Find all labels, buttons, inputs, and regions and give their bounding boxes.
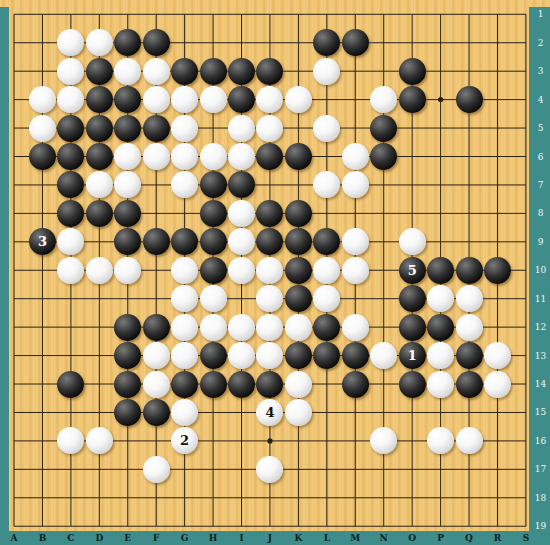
white-stone[interactable] (200, 285, 227, 312)
black-stone[interactable] (256, 371, 283, 398)
move-number: 5 (408, 263, 417, 278)
white-stone[interactable] (171, 115, 198, 142)
black-stone[interactable] (143, 228, 170, 255)
black-stone[interactable] (456, 342, 483, 369)
black-stone[interactable] (427, 257, 454, 284)
row-label-16: 16 (531, 436, 550, 446)
white-stone[interactable] (200, 143, 227, 170)
white-stone[interactable] (143, 143, 170, 170)
black-stone[interactable] (313, 314, 340, 341)
white-stone[interactable] (313, 257, 340, 284)
white-stone[interactable] (86, 427, 113, 454)
white-stone[interactable] (484, 371, 511, 398)
black-stone[interactable] (399, 285, 426, 312)
black-stone[interactable] (200, 371, 227, 398)
row-label-19: 19 (531, 521, 550, 531)
black-stone[interactable] (456, 86, 483, 113)
white-stone[interactable] (313, 115, 340, 142)
row-label-3: 3 (531, 66, 550, 76)
white-stone[interactable] (228, 314, 255, 341)
column-label-E: E (118, 533, 138, 543)
column-label-K: K (288, 533, 308, 543)
white-stone[interactable] (228, 115, 255, 142)
row-label-7: 7 (531, 180, 550, 190)
white-stone[interactable] (29, 115, 56, 142)
row-label-4: 4 (531, 95, 550, 105)
white-stone[interactable] (256, 115, 283, 142)
white-stone[interactable] (171, 342, 198, 369)
black-stone[interactable] (143, 314, 170, 341)
black-stone[interactable] (427, 314, 454, 341)
black-stone[interactable] (143, 115, 170, 142)
black-stone[interactable] (285, 200, 312, 227)
black-stone[interactable] (114, 200, 141, 227)
black-stone[interactable] (171, 58, 198, 85)
row-label-11: 11 (531, 294, 550, 304)
white-stone[interactable] (29, 86, 56, 113)
white-stone[interactable] (456, 285, 483, 312)
white-stone[interactable] (228, 200, 255, 227)
black-stone[interactable] (399, 58, 426, 85)
white-stone[interactable] (143, 371, 170, 398)
black-stone[interactable] (285, 228, 312, 255)
white-stone[interactable] (228, 143, 255, 170)
black-stone[interactable] (57, 115, 84, 142)
column-label-L: L (317, 533, 337, 543)
column-label-H: H (203, 533, 223, 543)
row-label-12: 12 (531, 322, 550, 332)
frame-left (0, 7, 9, 545)
black-stone[interactable] (200, 200, 227, 227)
white-stone[interactable] (143, 86, 170, 113)
white-stone[interactable] (171, 399, 198, 426)
white-stone[interactable] (114, 257, 141, 284)
black-stone[interactable] (399, 314, 426, 341)
column-label-A: A (4, 533, 24, 543)
black-stone[interactable] (29, 143, 56, 170)
row-label-10: 10 (531, 265, 550, 275)
go-board-viewer: 35142 ABCDEFGHIJKLMNOPQRS123456789101112… (0, 0, 550, 545)
column-label-Q: Q (459, 533, 479, 543)
black-stone[interactable]: 1 (399, 342, 426, 369)
white-stone[interactable] (114, 58, 141, 85)
white-stone[interactable] (143, 58, 170, 85)
black-stone[interactable] (143, 29, 170, 56)
black-stone[interactable] (456, 371, 483, 398)
black-stone[interactable] (200, 257, 227, 284)
black-stone[interactable] (285, 285, 312, 312)
column-label-C: C (61, 533, 81, 543)
white-stone[interactable] (427, 371, 454, 398)
column-label-J: J (260, 533, 280, 543)
black-stone[interactable] (342, 342, 369, 369)
row-label-9: 9 (531, 237, 550, 247)
white-stone[interactable] (200, 86, 227, 113)
black-stone[interactable] (114, 314, 141, 341)
row-label-14: 14 (531, 379, 550, 389)
white-stone[interactable] (285, 86, 312, 113)
black-stone[interactable] (399, 371, 426, 398)
black-stone[interactable] (57, 371, 84, 398)
black-stone[interactable] (200, 342, 227, 369)
black-stone[interactable] (256, 58, 283, 85)
white-stone[interactable] (285, 314, 312, 341)
white-stone[interactable] (143, 342, 170, 369)
white-stone[interactable] (313, 58, 340, 85)
column-label-O: O (402, 533, 422, 543)
column-label-M: M (345, 533, 365, 543)
black-stone[interactable] (200, 228, 227, 255)
black-stone[interactable] (200, 58, 227, 85)
white-stone[interactable] (228, 342, 255, 369)
black-stone[interactable] (342, 29, 369, 56)
black-stone[interactable] (86, 143, 113, 170)
black-stone[interactable] (285, 143, 312, 170)
black-stone[interactable] (484, 257, 511, 284)
row-label-2: 2 (531, 38, 550, 48)
row-label-1: 1 (531, 9, 550, 19)
white-stone[interactable] (399, 228, 426, 255)
black-stone[interactable] (228, 86, 255, 113)
black-stone[interactable] (171, 371, 198, 398)
white-stone[interactable] (342, 257, 369, 284)
black-stone[interactable] (285, 257, 312, 284)
white-stone[interactable] (171, 257, 198, 284)
white-stone[interactable] (86, 29, 113, 56)
white-stone[interactable] (427, 342, 454, 369)
black-stone[interactable]: 5 (399, 257, 426, 284)
column-label-N: N (374, 533, 394, 543)
row-label-8: 8 (531, 208, 550, 218)
move-number: 2 (180, 433, 189, 448)
white-stone[interactable] (171, 314, 198, 341)
column-label-S: S (516, 533, 536, 543)
black-stone[interactable] (114, 399, 141, 426)
column-label-G: G (175, 533, 195, 543)
row-label-17: 17 (531, 464, 550, 474)
black-stone[interactable] (200, 171, 227, 198)
white-stone[interactable] (484, 342, 511, 369)
move-number: 1 (408, 348, 417, 363)
move-number: 3 (38, 234, 47, 249)
black-stone[interactable] (370, 115, 397, 142)
white-stone[interactable] (342, 171, 369, 198)
column-label-R: R (487, 533, 507, 543)
black-stone[interactable] (285, 342, 312, 369)
white-stone[interactable] (456, 314, 483, 341)
white-stone[interactable] (57, 58, 84, 85)
black-stone[interactable] (342, 371, 369, 398)
column-label-I: I (232, 533, 252, 543)
white-stone[interactable] (342, 314, 369, 341)
black-stone[interactable] (114, 115, 141, 142)
column-label-D: D (89, 533, 109, 543)
white-stone[interactable] (171, 143, 198, 170)
white-stone[interactable] (200, 314, 227, 341)
column-label-B: B (32, 533, 52, 543)
black-stone[interactable] (86, 86, 113, 113)
white-stone[interactable] (342, 228, 369, 255)
white-stone[interactable] (285, 399, 312, 426)
row-label-6: 6 (531, 152, 550, 162)
row-label-18: 18 (531, 493, 550, 503)
white-stone[interactable] (57, 257, 84, 284)
white-stone[interactable] (342, 143, 369, 170)
black-stone[interactable] (228, 58, 255, 85)
white-stone[interactable] (456, 427, 483, 454)
black-stone[interactable] (114, 371, 141, 398)
black-stone[interactable] (86, 58, 113, 85)
white-stone[interactable] (256, 257, 283, 284)
white-stone[interactable] (228, 257, 255, 284)
move-number: 4 (265, 405, 274, 420)
column-label-P: P (431, 533, 451, 543)
white-stone[interactable] (86, 257, 113, 284)
black-stone[interactable] (456, 257, 483, 284)
row-label-15: 15 (531, 407, 550, 417)
black-stone[interactable] (399, 86, 426, 113)
white-stone[interactable] (256, 314, 283, 341)
white-stone[interactable] (285, 371, 312, 398)
black-stone[interactable] (86, 115, 113, 142)
black-stone[interactable] (86, 200, 113, 227)
row-label-5: 5 (531, 123, 550, 133)
black-stone[interactable] (228, 371, 255, 398)
black-stone[interactable] (143, 399, 170, 426)
column-label-F: F (146, 533, 166, 543)
row-label-13: 13 (531, 351, 550, 361)
white-stone[interactable] (143, 456, 170, 483)
